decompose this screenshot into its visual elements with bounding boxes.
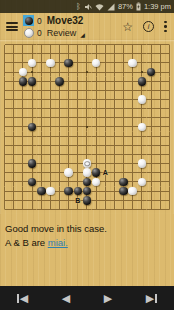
board-point[interactable] bbox=[9, 150, 18, 159]
board-point[interactable] bbox=[147, 58, 156, 67]
board-point[interactable] bbox=[9, 40, 18, 49]
board-point[interactable] bbox=[27, 159, 36, 168]
board-point[interactable] bbox=[156, 86, 165, 95]
board-point[interactable] bbox=[165, 141, 174, 150]
board-point[interactable] bbox=[46, 67, 55, 76]
board-point[interactable] bbox=[18, 168, 27, 177]
board-point[interactable] bbox=[156, 95, 165, 104]
board-point[interactable] bbox=[137, 141, 146, 150]
info-icon[interactable]: i bbox=[143, 21, 154, 32]
board-point[interactable] bbox=[46, 40, 55, 49]
board-point[interactable] bbox=[110, 196, 119, 205]
board-point[interactable] bbox=[128, 58, 137, 67]
board-point[interactable] bbox=[73, 122, 82, 131]
board-point[interactable] bbox=[73, 187, 82, 196]
board-point[interactable] bbox=[147, 177, 156, 186]
board-point[interactable] bbox=[46, 113, 55, 122]
board-point[interactable] bbox=[147, 122, 156, 131]
board-point[interactable] bbox=[55, 58, 64, 67]
board-point[interactable] bbox=[0, 150, 9, 159]
board-point[interactable] bbox=[101, 77, 110, 86]
board-point[interactable] bbox=[110, 168, 119, 177]
board-point[interactable] bbox=[101, 132, 110, 141]
dropdown-caret-icon[interactable]: ◢ bbox=[80, 31, 85, 38]
board-point[interactable] bbox=[156, 122, 165, 131]
miai-link[interactable]: miai. bbox=[48, 237, 68, 248]
board-point[interactable] bbox=[18, 159, 27, 168]
board-point[interactable] bbox=[46, 95, 55, 104]
board-point[interactable] bbox=[55, 113, 64, 122]
board-point[interactable] bbox=[27, 104, 36, 113]
board-point[interactable] bbox=[165, 196, 174, 205]
board-point[interactable] bbox=[101, 104, 110, 113]
board-point[interactable] bbox=[82, 141, 91, 150]
board-point[interactable] bbox=[165, 132, 174, 141]
board-point[interactable] bbox=[64, 150, 73, 159]
board-point[interactable] bbox=[128, 77, 137, 86]
board-point[interactable] bbox=[147, 205, 156, 214]
board-point[interactable] bbox=[119, 77, 128, 86]
board-point[interactable] bbox=[82, 86, 91, 95]
board-point[interactable] bbox=[119, 104, 128, 113]
board-point[interactable] bbox=[110, 86, 119, 95]
board-point[interactable] bbox=[18, 104, 27, 113]
board-point[interactable] bbox=[9, 159, 18, 168]
board-point[interactable] bbox=[137, 104, 146, 113]
board-point[interactable] bbox=[128, 122, 137, 131]
board-point[interactable] bbox=[0, 58, 9, 67]
board-point[interactable] bbox=[9, 187, 18, 196]
board-point[interactable] bbox=[82, 159, 91, 168]
board-point[interactable] bbox=[137, 122, 146, 131]
board-point[interactable] bbox=[18, 58, 27, 67]
board-point[interactable] bbox=[27, 196, 36, 205]
board-point[interactable] bbox=[92, 150, 101, 159]
board-point[interactable] bbox=[9, 122, 18, 131]
step-back-button[interactable]: ◀ bbox=[56, 291, 76, 306]
board-point[interactable] bbox=[101, 49, 110, 58]
board-point[interactable] bbox=[46, 49, 55, 58]
board-point[interactable] bbox=[37, 95, 46, 104]
board-point[interactable] bbox=[156, 150, 165, 159]
board-point[interactable] bbox=[18, 196, 27, 205]
board-point[interactable] bbox=[82, 40, 91, 49]
board-point[interactable] bbox=[18, 122, 27, 131]
board-point[interactable] bbox=[165, 49, 174, 58]
skip-to-start-button[interactable]: ◀ bbox=[11, 291, 34, 306]
mode-selector[interactable]: Review bbox=[47, 28, 77, 38]
board-point[interactable] bbox=[55, 49, 64, 58]
board-point[interactable] bbox=[64, 196, 73, 205]
board-point[interactable] bbox=[9, 177, 18, 186]
board-point[interactable] bbox=[27, 67, 36, 76]
board-point[interactable] bbox=[0, 40, 9, 49]
board-point[interactable] bbox=[37, 196, 46, 205]
board-point[interactable] bbox=[137, 67, 146, 76]
board-point[interactable] bbox=[137, 77, 146, 86]
board-point[interactable] bbox=[27, 205, 36, 214]
board-point[interactable] bbox=[0, 159, 9, 168]
board-point[interactable] bbox=[46, 150, 55, 159]
board-point[interactable] bbox=[156, 58, 165, 67]
board-point[interactable] bbox=[46, 159, 55, 168]
board-point[interactable] bbox=[147, 187, 156, 196]
board-point[interactable] bbox=[110, 113, 119, 122]
board-point[interactable] bbox=[128, 187, 137, 196]
board-point[interactable] bbox=[73, 205, 82, 214]
board-point[interactable] bbox=[101, 122, 110, 131]
board-point[interactable] bbox=[119, 177, 128, 186]
board-point[interactable] bbox=[73, 40, 82, 49]
board-point[interactable] bbox=[37, 177, 46, 186]
board-point[interactable] bbox=[110, 104, 119, 113]
board-point[interactable] bbox=[92, 49, 101, 58]
board-point[interactable] bbox=[9, 58, 18, 67]
board-point[interactable] bbox=[37, 40, 46, 49]
board-point[interactable] bbox=[37, 187, 46, 196]
board-point[interactable] bbox=[64, 49, 73, 58]
board-point[interactable] bbox=[165, 150, 174, 159]
board-point[interactable] bbox=[165, 205, 174, 214]
board-point[interactable] bbox=[73, 113, 82, 122]
menu-icon[interactable] bbox=[6, 22, 18, 31]
board-point[interactable] bbox=[82, 187, 91, 196]
board-point[interactable] bbox=[27, 40, 36, 49]
board-point[interactable] bbox=[64, 113, 73, 122]
board-point[interactable] bbox=[55, 187, 64, 196]
board-point[interactable] bbox=[137, 177, 146, 186]
board-point[interactable] bbox=[82, 67, 91, 76]
board-point[interactable] bbox=[156, 187, 165, 196]
board-point[interactable] bbox=[128, 86, 137, 95]
board-point[interactable] bbox=[128, 205, 137, 214]
board-point[interactable] bbox=[82, 132, 91, 141]
board-point[interactable] bbox=[128, 49, 137, 58]
board-point[interactable] bbox=[119, 122, 128, 131]
board-point[interactable] bbox=[0, 113, 9, 122]
board-point[interactable] bbox=[128, 40, 137, 49]
board-point[interactable] bbox=[64, 122, 73, 131]
board-point[interactable] bbox=[101, 141, 110, 150]
board-point[interactable] bbox=[110, 122, 119, 131]
board-point[interactable] bbox=[64, 40, 73, 49]
board-point[interactable] bbox=[0, 95, 9, 104]
white-turn-indicator[interactable] bbox=[23, 27, 34, 38]
board-point[interactable] bbox=[64, 177, 73, 186]
board-point[interactable] bbox=[0, 67, 9, 76]
board-point[interactable] bbox=[55, 104, 64, 113]
board-point[interactable] bbox=[73, 141, 82, 150]
board-point[interactable] bbox=[165, 122, 174, 131]
board-point[interactable] bbox=[92, 168, 101, 177]
board-point[interactable] bbox=[110, 150, 119, 159]
black-turn-indicator[interactable] bbox=[23, 15, 34, 26]
board-point[interactable] bbox=[46, 187, 55, 196]
board-point[interactable] bbox=[82, 150, 91, 159]
board-point[interactable] bbox=[9, 104, 18, 113]
board-point[interactable] bbox=[18, 77, 27, 86]
board-point[interactable] bbox=[37, 122, 46, 131]
overflow-menu-icon[interactable] bbox=[164, 21, 167, 33]
board-point[interactable] bbox=[128, 196, 137, 205]
step-forward-button[interactable]: ▶ bbox=[98, 291, 118, 306]
board-point[interactable] bbox=[137, 168, 146, 177]
skip-to-end-button[interactable]: ▶ bbox=[140, 291, 163, 306]
board-point[interactable] bbox=[119, 49, 128, 58]
board-point[interactable] bbox=[137, 113, 146, 122]
board-point[interactable] bbox=[9, 77, 18, 86]
board-point[interactable] bbox=[147, 141, 156, 150]
board-point[interactable] bbox=[9, 67, 18, 76]
board-point[interactable] bbox=[165, 159, 174, 168]
board-point[interactable] bbox=[147, 40, 156, 49]
board-point[interactable] bbox=[46, 132, 55, 141]
board-point[interactable] bbox=[82, 49, 91, 58]
board-point[interactable] bbox=[37, 49, 46, 58]
board-point[interactable] bbox=[46, 58, 55, 67]
board-point[interactable] bbox=[147, 86, 156, 95]
board-point[interactable] bbox=[64, 95, 73, 104]
board-point[interactable] bbox=[64, 58, 73, 67]
board-point[interactable] bbox=[137, 205, 146, 214]
board-point[interactable] bbox=[110, 67, 119, 76]
board-point[interactable] bbox=[27, 168, 36, 177]
board-point[interactable] bbox=[92, 67, 101, 76]
board-point[interactable] bbox=[156, 104, 165, 113]
board-point[interactable] bbox=[110, 77, 119, 86]
board-point[interactable] bbox=[92, 58, 101, 67]
board-point[interactable] bbox=[73, 58, 82, 67]
board-point[interactable] bbox=[55, 95, 64, 104]
board-point[interactable] bbox=[27, 113, 36, 122]
board-point[interactable] bbox=[110, 132, 119, 141]
board-point[interactable] bbox=[64, 168, 73, 177]
board-point[interactable] bbox=[156, 132, 165, 141]
board-point[interactable] bbox=[156, 205, 165, 214]
board-point[interactable] bbox=[18, 86, 27, 95]
board-point[interactable] bbox=[37, 86, 46, 95]
board-point[interactable] bbox=[128, 132, 137, 141]
board-point[interactable] bbox=[119, 58, 128, 67]
board-point[interactable] bbox=[110, 40, 119, 49]
board-point[interactable] bbox=[128, 113, 137, 122]
board-point[interactable] bbox=[110, 159, 119, 168]
board-point[interactable] bbox=[147, 113, 156, 122]
board-point[interactable] bbox=[0, 122, 9, 131]
board-point[interactable] bbox=[18, 49, 27, 58]
board-point[interactable] bbox=[101, 196, 110, 205]
board-point[interactable] bbox=[82, 95, 91, 104]
board-point[interactable] bbox=[55, 205, 64, 214]
board-point[interactable] bbox=[64, 67, 73, 76]
board-point[interactable] bbox=[92, 95, 101, 104]
board-point[interactable] bbox=[137, 58, 146, 67]
board-point[interactable] bbox=[156, 196, 165, 205]
board-point[interactable] bbox=[37, 104, 46, 113]
board-point[interactable] bbox=[55, 86, 64, 95]
board-point[interactable] bbox=[82, 205, 91, 214]
board-point[interactable]: B bbox=[73, 196, 82, 205]
board-point[interactable] bbox=[92, 196, 101, 205]
board-point[interactable] bbox=[101, 67, 110, 76]
board-point[interactable] bbox=[37, 150, 46, 159]
board-point[interactable] bbox=[27, 187, 36, 196]
board-point[interactable] bbox=[137, 86, 146, 95]
board-point[interactable] bbox=[55, 67, 64, 76]
board-point[interactable] bbox=[37, 58, 46, 67]
board-point[interactable] bbox=[156, 67, 165, 76]
board-point[interactable] bbox=[110, 187, 119, 196]
board-point[interactable] bbox=[101, 177, 110, 186]
board-point[interactable] bbox=[128, 159, 137, 168]
board-point[interactable] bbox=[9, 113, 18, 122]
board-point[interactable] bbox=[128, 141, 137, 150]
board-point[interactable] bbox=[9, 132, 18, 141]
board-point[interactable] bbox=[128, 67, 137, 76]
board-point[interactable] bbox=[147, 67, 156, 76]
board-point[interactable] bbox=[0, 187, 9, 196]
board-point[interactable] bbox=[64, 205, 73, 214]
board-point[interactable] bbox=[55, 168, 64, 177]
board-point[interactable] bbox=[119, 168, 128, 177]
board-point[interactable] bbox=[37, 141, 46, 150]
board-point[interactable] bbox=[156, 141, 165, 150]
board-point[interactable] bbox=[147, 196, 156, 205]
board-point[interactable] bbox=[9, 95, 18, 104]
favorite-star-icon[interactable]: ☆ bbox=[122, 21, 133, 33]
board-point[interactable] bbox=[128, 168, 137, 177]
board-point[interactable] bbox=[0, 205, 9, 214]
board-point[interactable] bbox=[92, 132, 101, 141]
board-point[interactable] bbox=[137, 150, 146, 159]
board-point[interactable] bbox=[92, 177, 101, 186]
board-point[interactable] bbox=[46, 86, 55, 95]
board-point[interactable] bbox=[92, 122, 101, 131]
board-point[interactable] bbox=[137, 187, 146, 196]
board-point[interactable] bbox=[46, 104, 55, 113]
board-point[interactable] bbox=[18, 113, 27, 122]
board-point[interactable] bbox=[73, 67, 82, 76]
board-point[interactable] bbox=[46, 77, 55, 86]
board-point[interactable] bbox=[165, 40, 174, 49]
board-point[interactable] bbox=[18, 187, 27, 196]
board-point[interactable] bbox=[64, 141, 73, 150]
board-point[interactable] bbox=[110, 49, 119, 58]
board-point[interactable] bbox=[128, 95, 137, 104]
board-point[interactable] bbox=[18, 67, 27, 76]
board-point[interactable] bbox=[165, 67, 174, 76]
board-point[interactable] bbox=[46, 168, 55, 177]
board-point[interactable] bbox=[27, 122, 36, 131]
board-point[interactable] bbox=[165, 77, 174, 86]
board-point[interactable] bbox=[165, 58, 174, 67]
board-point[interactable] bbox=[137, 95, 146, 104]
board-point[interactable] bbox=[27, 177, 36, 186]
board-point[interactable] bbox=[55, 77, 64, 86]
board-point[interactable] bbox=[27, 58, 36, 67]
board-point[interactable] bbox=[64, 132, 73, 141]
board-point[interactable] bbox=[64, 159, 73, 168]
board-point[interactable] bbox=[73, 177, 82, 186]
board-point[interactable] bbox=[137, 40, 146, 49]
board-point[interactable] bbox=[82, 177, 91, 186]
board-point[interactable] bbox=[27, 150, 36, 159]
board-point[interactable] bbox=[147, 159, 156, 168]
board-point[interactable] bbox=[0, 77, 9, 86]
board-point[interactable] bbox=[156, 113, 165, 122]
board-point[interactable] bbox=[92, 104, 101, 113]
board-point[interactable] bbox=[110, 58, 119, 67]
board-point[interactable] bbox=[156, 159, 165, 168]
board-point[interactable] bbox=[165, 86, 174, 95]
board-point[interactable] bbox=[101, 150, 110, 159]
board-point[interactable] bbox=[73, 49, 82, 58]
board-point[interactable] bbox=[92, 205, 101, 214]
board-point[interactable] bbox=[137, 196, 146, 205]
board-point[interactable] bbox=[92, 40, 101, 49]
board-point[interactable] bbox=[55, 159, 64, 168]
board-point[interactable] bbox=[119, 159, 128, 168]
board-point[interactable] bbox=[101, 205, 110, 214]
board-point[interactable] bbox=[73, 168, 82, 177]
board-point[interactable] bbox=[9, 205, 18, 214]
board-point[interactable] bbox=[128, 104, 137, 113]
board-point[interactable] bbox=[92, 141, 101, 150]
board-point[interactable] bbox=[55, 132, 64, 141]
board-point[interactable] bbox=[9, 196, 18, 205]
board-point[interactable] bbox=[73, 159, 82, 168]
board-point[interactable] bbox=[9, 141, 18, 150]
board-point[interactable] bbox=[119, 95, 128, 104]
board-point[interactable] bbox=[156, 168, 165, 177]
board-point[interactable] bbox=[137, 159, 146, 168]
board-point[interactable] bbox=[18, 132, 27, 141]
board-point[interactable] bbox=[147, 77, 156, 86]
board-point[interactable] bbox=[165, 95, 174, 104]
board-point[interactable] bbox=[73, 150, 82, 159]
board-point[interactable]: A bbox=[101, 168, 110, 177]
board-point[interactable] bbox=[82, 122, 91, 131]
board-point[interactable] bbox=[165, 104, 174, 113]
board-point[interactable] bbox=[101, 86, 110, 95]
board-point[interactable] bbox=[37, 113, 46, 122]
board-point[interactable] bbox=[0, 177, 9, 186]
board-point[interactable] bbox=[37, 67, 46, 76]
board-point[interactable] bbox=[73, 104, 82, 113]
board-point[interactable] bbox=[18, 177, 27, 186]
board-point[interactable] bbox=[46, 122, 55, 131]
board-point[interactable] bbox=[37, 168, 46, 177]
board-point[interactable] bbox=[0, 132, 9, 141]
board-point[interactable] bbox=[27, 95, 36, 104]
board-point[interactable] bbox=[46, 196, 55, 205]
board-point[interactable] bbox=[73, 77, 82, 86]
board-point[interactable] bbox=[55, 40, 64, 49]
board-point[interactable] bbox=[18, 150, 27, 159]
board-point[interactable] bbox=[55, 141, 64, 150]
board-point[interactable] bbox=[147, 132, 156, 141]
board-point[interactable] bbox=[73, 86, 82, 95]
board-point[interactable] bbox=[82, 104, 91, 113]
board-point[interactable] bbox=[64, 187, 73, 196]
board-point[interactable] bbox=[18, 141, 27, 150]
board-point[interactable] bbox=[101, 40, 110, 49]
board-point[interactable] bbox=[82, 168, 91, 177]
board-point[interactable] bbox=[0, 141, 9, 150]
board-point[interactable] bbox=[46, 141, 55, 150]
board-point[interactable] bbox=[101, 187, 110, 196]
board-point[interactable] bbox=[82, 58, 91, 67]
